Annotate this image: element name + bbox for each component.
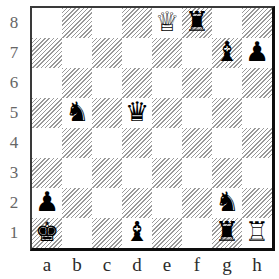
square-g8[interactable] [212, 8, 242, 38]
rank-label-4: 4 [0, 128, 28, 158]
square-h3[interactable] [242, 158, 272, 188]
square-a8[interactable] [32, 8, 62, 38]
square-d3[interactable] [122, 158, 152, 188]
square-e5[interactable] [152, 98, 182, 128]
square-h6[interactable] [242, 68, 272, 98]
rank-label-8: 8 [0, 8, 28, 38]
rank-label-2: 2 [0, 188, 28, 218]
square-c2[interactable] [92, 188, 122, 218]
square-b1[interactable] [62, 218, 92, 248]
square-f7[interactable] [182, 38, 212, 68]
square-f6[interactable] [182, 68, 212, 98]
square-b2[interactable] [62, 188, 92, 218]
square-c3[interactable] [92, 158, 122, 188]
square-b6[interactable] [62, 68, 92, 98]
square-e1[interactable] [152, 218, 182, 248]
black-queen-piece[interactable]: ♛ [125, 98, 149, 127]
square-b3[interactable] [62, 158, 92, 188]
rank-label-6: 6 [0, 68, 28, 98]
rank-label-5: 5 [0, 98, 28, 128]
square-g2[interactable]: ♞ [212, 188, 242, 218]
square-b8[interactable] [62, 8, 92, 38]
rank-label-1: 1 [0, 218, 28, 248]
square-e6[interactable] [152, 68, 182, 98]
black-bishop-piece[interactable]: ♝ [125, 218, 149, 247]
square-a3[interactable] [32, 158, 62, 188]
file-label-d: d [122, 252, 152, 278]
square-a1[interactable]: ♚ [32, 218, 62, 248]
square-g3[interactable] [212, 158, 242, 188]
file-label-c: c [92, 252, 122, 278]
square-h7[interactable]: ♟ [242, 38, 272, 68]
square-c5[interactable] [92, 98, 122, 128]
square-c6[interactable] [92, 68, 122, 98]
rank-label-3: 3 [0, 158, 28, 188]
square-e3[interactable] [152, 158, 182, 188]
square-f2[interactable] [182, 188, 212, 218]
square-d8[interactable] [122, 8, 152, 38]
black-rook-piece[interactable]: ♜ [215, 218, 239, 247]
square-g4[interactable] [212, 128, 242, 158]
white-rook-piece[interactable]: ♖ [245, 218, 269, 247]
square-a2[interactable]: ♟ [32, 188, 62, 218]
square-b5[interactable]: ♞ [62, 98, 92, 128]
file-label-a: a [32, 252, 62, 278]
square-b4[interactable] [62, 128, 92, 158]
file-label-b: b [62, 252, 92, 278]
square-g5[interactable] [212, 98, 242, 128]
black-bishop-piece[interactable]: ♝ [215, 38, 239, 67]
file-labels: abcdefgh [32, 252, 272, 278]
black-pawn-piece[interactable]: ♟ [35, 188, 59, 217]
file-label-g: g [212, 252, 242, 278]
white-queen-piece[interactable]: ♕ [155, 8, 179, 37]
square-g6[interactable] [212, 68, 242, 98]
square-h8[interactable] [242, 8, 272, 38]
square-d7[interactable] [122, 38, 152, 68]
black-knight-piece[interactable]: ♞ [215, 188, 239, 217]
black-knight-piece[interactable]: ♞ [65, 98, 89, 127]
square-f5[interactable] [182, 98, 212, 128]
chess-board: ♕♜♝♟♞♛♟♞♚♝♜♖ [30, 6, 275, 251]
square-d2[interactable] [122, 188, 152, 218]
square-c1[interactable] [92, 218, 122, 248]
black-pawn-piece[interactable]: ♟ [245, 38, 269, 67]
square-h4[interactable] [242, 128, 272, 158]
square-b7[interactable] [62, 38, 92, 68]
black-rook-piece[interactable]: ♜ [185, 8, 209, 37]
square-h5[interactable] [242, 98, 272, 128]
black-king-piece[interactable]: ♚ [35, 218, 59, 247]
file-label-f: f [182, 252, 212, 278]
square-a7[interactable] [32, 38, 62, 68]
square-c4[interactable] [92, 128, 122, 158]
square-f4[interactable] [182, 128, 212, 158]
rank-label-7: 7 [0, 38, 28, 68]
square-d5[interactable]: ♛ [122, 98, 152, 128]
square-e2[interactable] [152, 188, 182, 218]
square-a4[interactable] [32, 128, 62, 158]
square-a5[interactable] [32, 98, 62, 128]
file-label-e: e [152, 252, 182, 278]
chess-diagram: 87654321 ♕♜♝♟♞♛♟♞♚♝♜♖ abcdefgh [0, 0, 279, 279]
square-f1[interactable] [182, 218, 212, 248]
square-d4[interactable] [122, 128, 152, 158]
square-h1[interactable]: ♖ [242, 218, 272, 248]
square-g1[interactable]: ♜ [212, 218, 242, 248]
square-a6[interactable] [32, 68, 62, 98]
square-g7[interactable]: ♝ [212, 38, 242, 68]
rank-labels: 87654321 [0, 8, 28, 248]
file-label-h: h [242, 252, 272, 278]
square-f8[interactable]: ♜ [182, 8, 212, 38]
square-h2[interactable] [242, 188, 272, 218]
square-e7[interactable] [152, 38, 182, 68]
square-c8[interactable] [92, 8, 122, 38]
square-e4[interactable] [152, 128, 182, 158]
square-f3[interactable] [182, 158, 212, 188]
square-d6[interactable] [122, 68, 152, 98]
square-d1[interactable]: ♝ [122, 218, 152, 248]
square-e8[interactable]: ♕ [152, 8, 182, 38]
square-c7[interactable] [92, 38, 122, 68]
